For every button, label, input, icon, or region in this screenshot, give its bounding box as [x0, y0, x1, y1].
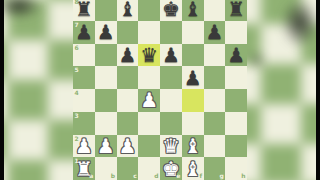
blurred-background-right — [247, 0, 316, 180]
square-f1[interactable]: ♝f — [182, 157, 204, 180]
black-queen[interactable]: ♛ — [140, 45, 158, 65]
square-c6[interactable]: ♟ — [117, 44, 139, 67]
square-d5[interactable] — [138, 66, 160, 89]
square-d8[interactable] — [138, 0, 160, 21]
square-e5[interactable] — [160, 66, 182, 89]
rank-label-8: 8 — [75, 0, 79, 5]
white-pawn[interactable]: ♟ — [118, 136, 136, 156]
blurred-background-left — [4, 0, 73, 180]
rank-label-4: 4 — [75, 90, 79, 96]
square-a7[interactable]: ♟7 — [73, 21, 95, 44]
black-pawn[interactable]: ♟ — [184, 68, 202, 88]
rank-label-5: 5 — [75, 67, 79, 73]
square-g2[interactable] — [204, 135, 226, 158]
file-label-c: c — [133, 173, 137, 179]
square-a1[interactable]: ♜1a — [73, 157, 95, 180]
square-b8[interactable] — [95, 0, 117, 21]
square-c1[interactable]: c — [117, 157, 139, 180]
square-h2[interactable] — [225, 135, 247, 158]
white-bishop[interactable]: ♝ — [184, 136, 202, 156]
square-c2[interactable]: ♟ — [117, 135, 139, 158]
square-a6[interactable]: 6 — [73, 44, 95, 67]
white-pawn[interactable]: ♟ — [97, 136, 115, 156]
black-pawn[interactable]: ♟ — [205, 22, 223, 42]
rank-label-3: 3 — [75, 113, 79, 119]
square-d3[interactable] — [138, 112, 160, 135]
file-label-e: e — [176, 173, 180, 179]
square-d1[interactable]: d — [138, 157, 160, 180]
square-a5[interactable]: 5 — [73, 66, 95, 89]
square-e7[interactable] — [160, 21, 182, 44]
square-h1[interactable]: h — [225, 157, 247, 180]
square-c4[interactable] — [117, 89, 139, 112]
file-label-g: g — [219, 173, 223, 179]
square-g6[interactable] — [204, 44, 226, 67]
blurred-piece-blob — [247, 50, 267, 70]
square-c8[interactable]: ♝ — [117, 0, 139, 21]
file-label-d: d — [154, 173, 158, 179]
square-h3[interactable] — [225, 112, 247, 135]
square-e8[interactable]: ♚ — [160, 0, 182, 21]
square-d2[interactable] — [138, 135, 160, 158]
square-e2[interactable]: ♛ — [160, 135, 182, 158]
file-label-a: a — [89, 173, 93, 179]
square-a4[interactable]: 4 — [73, 89, 95, 112]
rank-label-6: 6 — [75, 45, 79, 51]
square-d4[interactable]: ♟ — [138, 89, 160, 112]
file-label-b: b — [111, 173, 115, 179]
square-h4[interactable] — [225, 89, 247, 112]
black-pawn[interactable]: ♟ — [97, 22, 115, 42]
rank-label-1: 1 — [75, 158, 79, 164]
square-b2[interactable]: ♟ — [95, 135, 117, 158]
rank-label-7: 7 — [75, 22, 79, 28]
black-pawn[interactable]: ♟ — [118, 45, 136, 65]
square-g8[interactable] — [204, 0, 226, 21]
square-f7[interactable] — [182, 21, 204, 44]
file-label-f: f — [199, 173, 202, 179]
square-h5[interactable] — [225, 66, 247, 89]
square-d7[interactable] — [138, 21, 160, 44]
square-b5[interactable] — [95, 66, 117, 89]
square-e1[interactable]: ♚e — [160, 157, 182, 180]
square-h7[interactable] — [225, 21, 247, 44]
square-b3[interactable] — [95, 112, 117, 135]
square-g5[interactable] — [204, 66, 226, 89]
black-bishop[interactable]: ♝ — [118, 0, 136, 19]
file-label-h: h — [241, 173, 245, 179]
square-a2[interactable]: ♟2 — [73, 135, 95, 158]
square-a3[interactable]: 3 — [73, 112, 95, 135]
square-g4[interactable] — [204, 89, 226, 112]
square-g1[interactable]: g — [204, 157, 226, 180]
blurred-board-pattern — [4, 0, 73, 180]
square-c3[interactable] — [117, 112, 139, 135]
white-queen[interactable]: ♛ — [162, 136, 180, 156]
black-rook[interactable]: ♜ — [227, 0, 245, 19]
square-e4[interactable] — [160, 89, 182, 112]
rank-label-2: 2 — [75, 136, 79, 142]
square-d6[interactable]: ♛ — [138, 44, 160, 67]
square-b1[interactable]: b — [95, 157, 117, 180]
square-g7[interactable]: ♟ — [204, 21, 226, 44]
black-bishop[interactable]: ♝ — [184, 0, 202, 19]
blurred-piece-blob — [281, 0, 316, 48]
square-f4[interactable] — [182, 89, 204, 112]
square-b4[interactable] — [95, 89, 117, 112]
square-g3[interactable] — [204, 112, 226, 135]
square-b6[interactable] — [95, 44, 117, 67]
white-pawn[interactable]: ♟ — [140, 90, 158, 110]
square-e6[interactable]: ♟ — [160, 44, 182, 67]
square-f5[interactable]: ♟ — [182, 66, 204, 89]
square-a8[interactable]: ♜8 — [73, 0, 95, 21]
square-b7[interactable]: ♟ — [95, 21, 117, 44]
black-pawn[interactable]: ♟ — [162, 45, 180, 65]
square-h6[interactable]: ♟ — [225, 44, 247, 67]
square-h8[interactable]: ♜ — [225, 0, 247, 21]
square-f2[interactable]: ♝ — [182, 135, 204, 158]
letterbox-right — [316, 0, 320, 180]
square-f8[interactable]: ♝ — [182, 0, 204, 21]
black-pawn[interactable]: ♟ — [227, 45, 245, 65]
square-e3[interactable] — [160, 112, 182, 135]
square-c5[interactable] — [117, 66, 139, 89]
black-king[interactable]: ♚ — [162, 0, 180, 19]
square-f6[interactable] — [182, 44, 204, 67]
square-c7[interactable] — [117, 21, 139, 44]
square-f3[interactable] — [182, 112, 204, 135]
chess-board[interactable]: ♜8♝♚♝♜♟7♟♟6♟♛♟♟5♟4♟3♟2♟♟♛♝♜1abcd♚e♝fgh — [73, 0, 247, 180]
